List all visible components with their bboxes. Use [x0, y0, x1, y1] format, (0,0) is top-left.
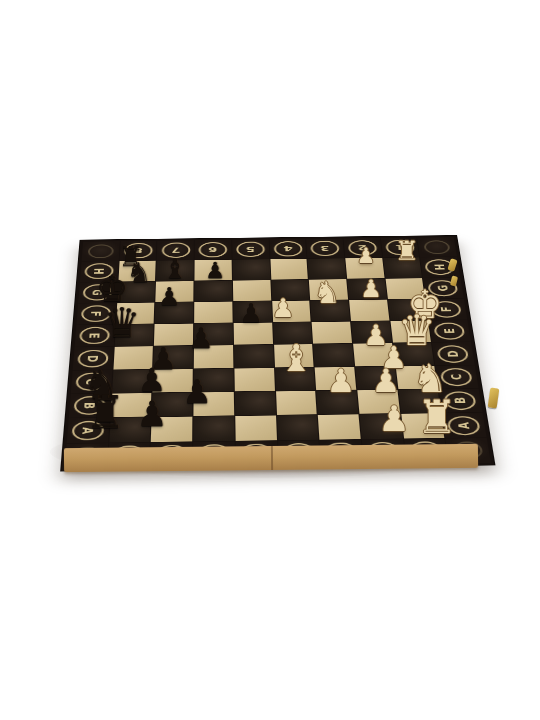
file-label-text: D: [77, 349, 109, 367]
square-d7: [154, 346, 194, 369]
square-e7: [154, 324, 193, 346]
square-f2: [349, 300, 389, 322]
rank-label-far-6: 6: [195, 240, 232, 260]
file-label-text: F: [431, 301, 463, 318]
square-e1: [390, 321, 431, 343]
square-c7: [153, 369, 193, 393]
square-a5: [235, 416, 276, 441]
rank-label-text: 3: [310, 241, 340, 257]
file-label-right-A: A: [442, 413, 486, 438]
square-b5: [235, 391, 276, 415]
square-g1: [385, 278, 425, 299]
square-g3: [309, 279, 348, 300]
square-d5: [234, 345, 274, 368]
rank-label-text: 4: [273, 241, 302, 257]
square-g4: [271, 279, 310, 300]
rank-label-far-1: 1: [380, 238, 419, 258]
rank-label-text: 8: [123, 243, 152, 259]
square-h8: [118, 261, 156, 282]
rank-label-text: 5: [236, 242, 265, 258]
square-f3: [310, 300, 350, 322]
file-label-right-F: F: [426, 299, 467, 321]
square-g6: [194, 280, 232, 301]
board-base-edge: [64, 444, 478, 472]
file-label-text: C: [440, 368, 473, 387]
square-b8: [110, 393, 151, 417]
square-g8: [117, 281, 155, 302]
square-g5: [233, 280, 271, 301]
square-h6: [195, 260, 232, 280]
square-c6: [194, 368, 234, 392]
rank-label-far-2: 2: [343, 238, 381, 258]
square-f4: [272, 301, 311, 323]
square-a8: [109, 417, 151, 442]
corner-ornament: [423, 240, 451, 254]
file-label-text: A: [72, 421, 105, 441]
square-f7: [155, 302, 193, 324]
rank-label-text: 6: [199, 242, 228, 258]
file-label-left-F: F: [76, 303, 116, 325]
rank-label-far-7: 7: [157, 240, 194, 260]
square-a4: [277, 415, 319, 440]
square-c1: [395, 366, 437, 389]
chess-board: 87654321HHGGFFEEDDCCBBAA87654321: [62, 236, 488, 467]
rank-label-text: 2: [348, 240, 378, 256]
file-label-left-G: G: [78, 282, 117, 303]
file-label-right-E: E: [429, 320, 471, 342]
file-label-text: B: [74, 396, 107, 415]
square-e5: [233, 323, 272, 345]
square-c4: [275, 367, 316, 390]
board-corner: [418, 237, 457, 257]
square-e8: [114, 324, 154, 346]
square-a6: [193, 416, 234, 441]
square-b1: [398, 389, 441, 413]
file-label-text: E: [434, 322, 466, 340]
square-f6: [194, 302, 232, 324]
file-label-left-H: H: [80, 261, 118, 282]
file-label-left-E: E: [75, 325, 115, 347]
file-label-text: H: [84, 263, 114, 279]
file-label-text: E: [79, 327, 110, 345]
square-d3: [313, 344, 354, 367]
file-label-left-D: D: [73, 347, 114, 370]
square-f8: [116, 302, 155, 324]
file-label-text: D: [437, 345, 470, 363]
square-b2: [357, 390, 400, 414]
rank-label-far-4: 4: [269, 239, 306, 259]
square-h1: [383, 258, 422, 278]
square-d8: [113, 347, 153, 370]
square-d1: [393, 343, 435, 366]
file-label-left-A: A: [67, 418, 110, 443]
file-label-left-B: B: [69, 394, 111, 418]
rank-label-text: 1: [385, 240, 415, 256]
square-h3: [308, 258, 346, 278]
file-label-left-C: C: [71, 370, 112, 394]
brass-clasp: [488, 387, 500, 408]
square-h2: [345, 258, 384, 278]
square-b7: [152, 393, 193, 417]
square-c2: [355, 366, 397, 389]
square-g2: [347, 279, 386, 300]
square-d4: [274, 344, 314, 367]
square-d2: [353, 343, 394, 366]
square-a3: [318, 415, 361, 440]
square-h5: [232, 259, 270, 279]
file-label-right-D: D: [432, 342, 474, 365]
square-c3: [315, 367, 356, 390]
corner-ornament: [87, 244, 114, 258]
square-e2: [351, 321, 392, 343]
square-f5: [233, 301, 272, 323]
file-label-text: F: [81, 305, 112, 322]
file-label-text: C: [75, 372, 107, 391]
square-a1: [401, 413, 445, 438]
square-b4: [276, 391, 317, 415]
square-b6: [194, 392, 234, 416]
square-h4: [270, 259, 308, 279]
file-label-text: B: [444, 391, 478, 410]
rank-label-far-5: 5: [232, 239, 269, 259]
file-label-right-C: C: [436, 365, 479, 388]
square-e6: [194, 323, 233, 345]
file-label-right-B: B: [439, 389, 483, 413]
square-g7: [156, 281, 194, 302]
square-h7: [156, 260, 193, 280]
square-e3: [312, 322, 352, 344]
file-label-text: G: [83, 284, 113, 301]
square-f1: [388, 299, 429, 321]
product-photo: 87654321HHGGFFEEDDCCBBAA87654321 ♜♟♜♟♝♞♟…: [0, 0, 540, 720]
square-e4: [273, 322, 313, 344]
rank-label-far-3: 3: [306, 239, 344, 259]
rank-label-far-8: 8: [119, 241, 156, 261]
board-fold-seam: [271, 446, 273, 470]
file-label-text: A: [447, 415, 481, 435]
square-c8: [112, 369, 153, 393]
square-b3: [316, 390, 358, 414]
square-d6: [194, 345, 233, 368]
rank-label-text: 7: [161, 242, 190, 258]
board-grid: 87654321HHGGFFEEDDCCBBAA87654321: [61, 236, 494, 471]
square-c5: [234, 368, 274, 391]
file-label-right-G: G: [423, 278, 463, 299]
square-a7: [151, 417, 192, 442]
square-a2: [359, 414, 402, 439]
board-corner: [82, 241, 120, 261]
